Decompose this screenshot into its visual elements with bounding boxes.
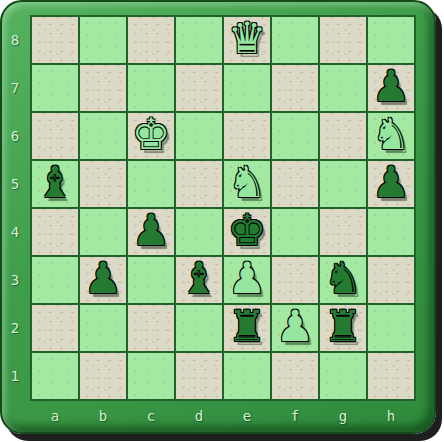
square-a7[interactable] bbox=[32, 65, 78, 111]
square-g6[interactable] bbox=[320, 113, 366, 159]
piece-white-king[interactable]: ♚ bbox=[132, 113, 171, 156]
square-g2[interactable]: ♜ bbox=[320, 305, 366, 351]
square-b3[interactable]: ♟ bbox=[80, 257, 126, 303]
square-a8[interactable] bbox=[32, 17, 78, 63]
square-c6[interactable]: ♚ bbox=[128, 113, 174, 159]
square-c8[interactable] bbox=[128, 17, 174, 63]
square-g7[interactable] bbox=[320, 65, 366, 111]
rank-label-7: 7 bbox=[0, 65, 30, 111]
file-label-b: b bbox=[80, 405, 126, 427]
square-d4[interactable] bbox=[176, 209, 222, 255]
square-g4[interactable] bbox=[320, 209, 366, 255]
square-e7[interactable] bbox=[224, 65, 270, 111]
rank-label-6: 6 bbox=[0, 113, 30, 159]
file-label-e: e bbox=[224, 405, 270, 427]
square-d2[interactable] bbox=[176, 305, 222, 351]
piece-white-pawn[interactable]: ♟ bbox=[276, 305, 315, 348]
square-g5[interactable] bbox=[320, 161, 366, 207]
piece-black-rook[interactable]: ♜ bbox=[228, 305, 267, 348]
square-a4[interactable] bbox=[32, 209, 78, 255]
square-h3[interactable] bbox=[368, 257, 414, 303]
square-b8[interactable] bbox=[80, 17, 126, 63]
piece-white-knight[interactable]: ♞ bbox=[228, 161, 267, 204]
square-h5[interactable]: ♟ bbox=[368, 161, 414, 207]
rank-label-5: 5 bbox=[0, 161, 30, 207]
square-d1[interactable] bbox=[176, 353, 222, 399]
square-e3[interactable]: ♟ bbox=[224, 257, 270, 303]
piece-white-pawn[interactable]: ♟ bbox=[228, 257, 267, 300]
piece-black-pawn[interactable]: ♟ bbox=[132, 209, 171, 252]
square-c2[interactable] bbox=[128, 305, 174, 351]
square-f1[interactable] bbox=[272, 353, 318, 399]
piece-black-bishop[interactable]: ♝ bbox=[36, 161, 75, 204]
square-d7[interactable] bbox=[176, 65, 222, 111]
square-e5[interactable]: ♞ bbox=[224, 161, 270, 207]
rank-label-1: 1 bbox=[0, 353, 30, 399]
piece-black-pawn[interactable]: ♟ bbox=[84, 257, 123, 300]
piece-black-knight[interactable]: ♞ bbox=[324, 257, 363, 300]
piece-black-pawn[interactable]: ♟ bbox=[372, 65, 411, 108]
piece-white-knight[interactable]: ♞ bbox=[372, 113, 411, 156]
square-c5[interactable] bbox=[128, 161, 174, 207]
square-a5[interactable]: ♝ bbox=[32, 161, 78, 207]
rank-label-4: 4 bbox=[0, 209, 30, 255]
square-d3[interactable]: ♝ bbox=[176, 257, 222, 303]
piece-black-rook[interactable]: ♜ bbox=[324, 305, 363, 348]
square-d5[interactable] bbox=[176, 161, 222, 207]
square-e1[interactable] bbox=[224, 353, 270, 399]
square-b6[interactable] bbox=[80, 113, 126, 159]
square-a1[interactable] bbox=[32, 353, 78, 399]
square-e4[interactable]: ♚ bbox=[224, 209, 270, 255]
square-h7[interactable]: ♟ bbox=[368, 65, 414, 111]
square-c4[interactable]: ♟ bbox=[128, 209, 174, 255]
square-f7[interactable] bbox=[272, 65, 318, 111]
square-b1[interactable] bbox=[80, 353, 126, 399]
rank-label-8: 8 bbox=[0, 17, 30, 63]
file-label-c: c bbox=[128, 405, 174, 427]
square-f5[interactable] bbox=[272, 161, 318, 207]
chess-app-window: ♛♟♚♞♝♞♟♟♚♟♝♟♞♜♟♜ 87654321abcdefgh bbox=[0, 0, 444, 442]
square-b7[interactable] bbox=[80, 65, 126, 111]
file-label-g: g bbox=[320, 405, 366, 427]
square-f3[interactable] bbox=[272, 257, 318, 303]
square-f6[interactable] bbox=[272, 113, 318, 159]
piece-black-pawn[interactable]: ♟ bbox=[372, 161, 411, 204]
square-b2[interactable] bbox=[80, 305, 126, 351]
file-label-d: d bbox=[176, 405, 222, 427]
square-h4[interactable] bbox=[368, 209, 414, 255]
file-label-a: a bbox=[32, 405, 78, 427]
square-c3[interactable] bbox=[128, 257, 174, 303]
square-c1[interactable] bbox=[128, 353, 174, 399]
square-h2[interactable] bbox=[368, 305, 414, 351]
square-a2[interactable] bbox=[32, 305, 78, 351]
file-label-f: f bbox=[272, 405, 318, 427]
rank-label-3: 3 bbox=[0, 257, 30, 303]
square-f4[interactable] bbox=[272, 209, 318, 255]
square-c7[interactable] bbox=[128, 65, 174, 111]
piece-white-queen[interactable]: ♛ bbox=[228, 17, 267, 60]
piece-black-bishop[interactable]: ♝ bbox=[180, 257, 219, 300]
square-d6[interactable] bbox=[176, 113, 222, 159]
chess-board[interactable]: ♛♟♚♞♝♞♟♟♚♟♝♟♞♜♟♜ bbox=[30, 15, 416, 401]
square-h1[interactable] bbox=[368, 353, 414, 399]
square-g1[interactable] bbox=[320, 353, 366, 399]
square-a6[interactable] bbox=[32, 113, 78, 159]
file-label-h: h bbox=[368, 405, 414, 427]
square-f8[interactable] bbox=[272, 17, 318, 63]
square-g8[interactable] bbox=[320, 17, 366, 63]
square-a3[interactable] bbox=[32, 257, 78, 303]
square-e6[interactable] bbox=[224, 113, 270, 159]
square-h8[interactable] bbox=[368, 17, 414, 63]
square-d8[interactable] bbox=[176, 17, 222, 63]
piece-black-king[interactable]: ♚ bbox=[228, 209, 267, 252]
square-h6[interactable]: ♞ bbox=[368, 113, 414, 159]
square-g3[interactable]: ♞ bbox=[320, 257, 366, 303]
square-e8[interactable]: ♛ bbox=[224, 17, 270, 63]
square-f2[interactable]: ♟ bbox=[272, 305, 318, 351]
square-b5[interactable] bbox=[80, 161, 126, 207]
square-b4[interactable] bbox=[80, 209, 126, 255]
square-e2[interactable]: ♜ bbox=[224, 305, 270, 351]
rank-label-2: 2 bbox=[0, 305, 30, 351]
